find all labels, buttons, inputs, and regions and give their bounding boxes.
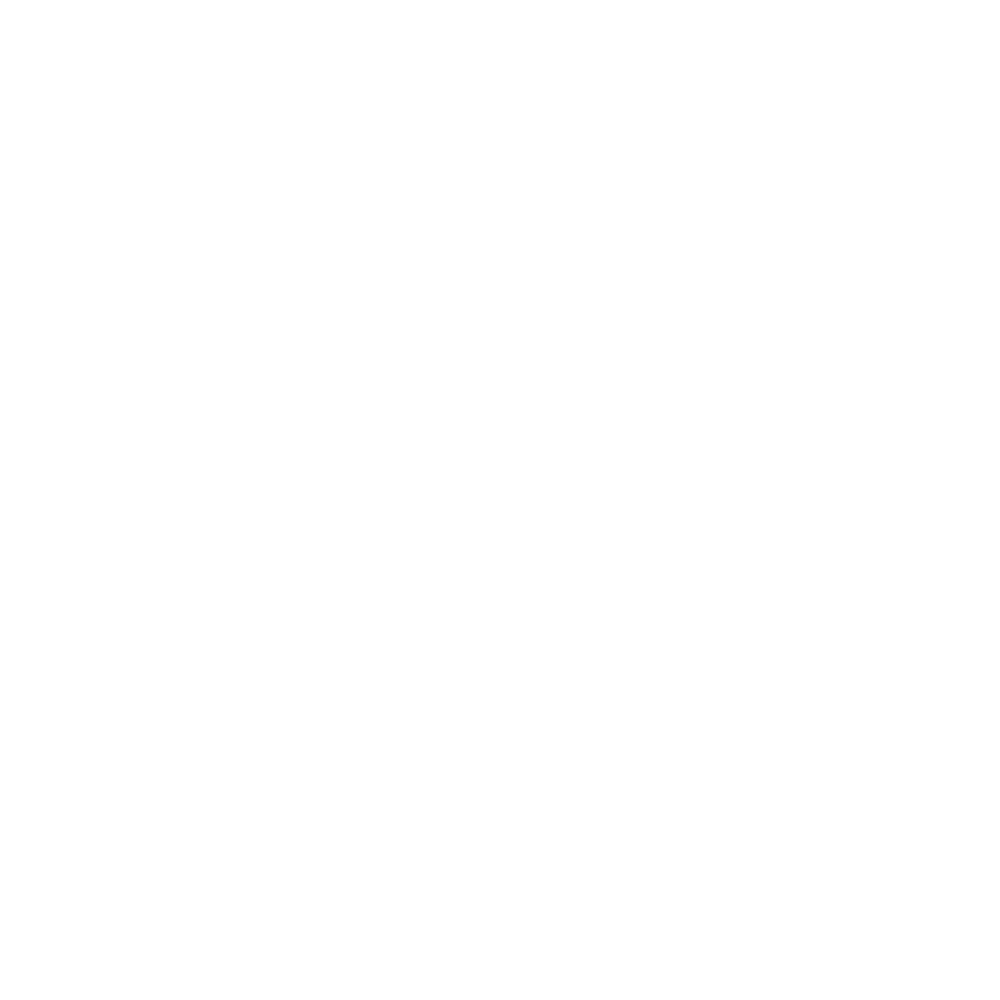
product-photo-stage [0,0,1000,1000]
piece-layer [0,0,1000,1000]
corner-marker-top [0,0,2,2]
board-rim [0,0,1000,1000]
